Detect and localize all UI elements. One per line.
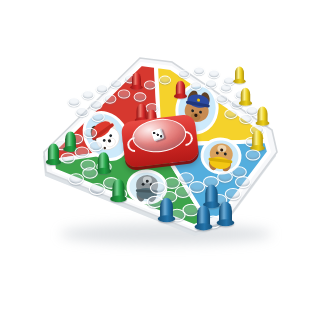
- peg-blue[interactable]: [219, 202, 232, 224]
- peg-hole: [68, 173, 84, 185]
- peg-hole: [104, 94, 117, 103]
- peg-hole: [205, 80, 217, 89]
- peg-yellow[interactable]: [257, 107, 267, 124]
- peg-hole: [159, 76, 171, 85]
- peg-hole: [110, 80, 122, 89]
- peg-hole: [83, 128, 97, 138]
- peg-hole: [82, 90, 95, 99]
- peg-hole: [217, 171, 233, 183]
- pop-o-matic-dome[interactable]: [120, 114, 199, 169]
- peg-hole: [144, 81, 156, 90]
- peg-hole: [235, 176, 251, 188]
- peg-hole: [61, 153, 76, 164]
- peg-hole: [190, 81, 202, 90]
- peg-hole: [89, 100, 102, 110]
- peg-hole: [75, 107, 88, 117]
- peg-hole: [68, 97, 81, 106]
- peg-yellow[interactable]: [252, 130, 263, 149]
- peg-hole: [189, 181, 205, 193]
- peg-hole: [246, 150, 261, 161]
- peg-hole: [193, 67, 205, 76]
- peg-hole: [220, 83, 232, 92]
- product-photo: [0, 0, 320, 320]
- peg-hole: [89, 183, 105, 195]
- peg-hole: [208, 70, 220, 79]
- peg-green[interactable]: [47, 144, 58, 163]
- peg-hole: [224, 109, 237, 119]
- peg-hole: [134, 92, 147, 101]
- peg-hole: [239, 114, 253, 124]
- peg-yellow[interactable]: [235, 67, 244, 82]
- peg-red[interactable]: [175, 81, 184, 97]
- die: [151, 128, 165, 142]
- peg-hole: [75, 147, 90, 158]
- peg-red[interactable]: [136, 104, 146, 121]
- peg-blue[interactable]: [196, 205, 209, 228]
- peg-blue[interactable]: [160, 198, 173, 220]
- peg-hole: [91, 112, 105, 122]
- peg-green[interactable]: [65, 131, 76, 150]
- peg-hole: [82, 167, 98, 178]
- peg-hole: [89, 141, 104, 152]
- peg-green[interactable]: [97, 152, 108, 172]
- peg-hole: [118, 89, 131, 98]
- peg-blue[interactable]: [205, 185, 217, 206]
- peg-green[interactable]: [112, 179, 124, 200]
- peg-hole: [216, 94, 229, 103]
- peg-yellow[interactable]: [240, 88, 249, 104]
- peg-red[interactable]: [131, 72, 140, 88]
- peg-hole: [96, 84, 108, 93]
- peg-hole: [178, 70, 190, 79]
